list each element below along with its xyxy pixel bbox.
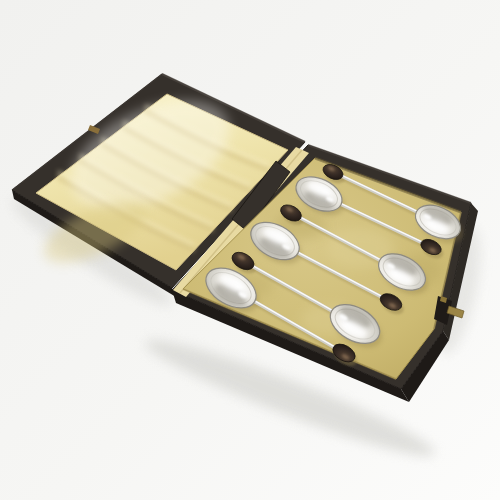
- cased-spoon-set-photo: [0, 0, 500, 500]
- photo-stage: [0, 0, 500, 500]
